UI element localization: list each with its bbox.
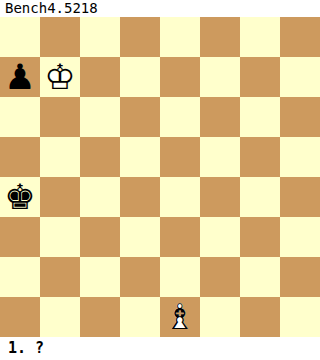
square-d6[interactable] (120, 97, 160, 137)
black-king: ♚ (0, 177, 40, 217)
square-d5[interactable] (120, 137, 160, 177)
square-f5[interactable] (200, 137, 240, 177)
square-g8[interactable] (240, 17, 280, 57)
square-b3[interactable] (40, 217, 80, 257)
square-h2[interactable] (280, 257, 320, 297)
square-g3[interactable] (240, 217, 280, 257)
square-c3[interactable] (80, 217, 120, 257)
square-b2[interactable] (40, 257, 80, 297)
square-f1[interactable] (200, 297, 240, 337)
square-g5[interactable] (240, 137, 280, 177)
square-e2[interactable] (160, 257, 200, 297)
black-pawn: ♟ (0, 57, 40, 97)
square-e4[interactable] (160, 177, 200, 217)
square-g2[interactable] (240, 257, 280, 297)
square-a5[interactable] (0, 137, 40, 177)
square-e6[interactable] (160, 97, 200, 137)
square-e7[interactable] (160, 57, 200, 97)
square-f3[interactable] (200, 217, 240, 257)
move-prompt: 1. ? (0, 337, 320, 360)
square-c6[interactable] (80, 97, 120, 137)
square-c5[interactable] (80, 137, 120, 177)
square-d1[interactable] (120, 297, 160, 337)
square-f8[interactable] (200, 17, 240, 57)
square-b4[interactable] (40, 177, 80, 217)
square-e5[interactable] (160, 137, 200, 177)
square-a7[interactable]: ♟ (0, 57, 40, 97)
square-h4[interactable] (280, 177, 320, 217)
square-a1[interactable] (0, 297, 40, 337)
square-h3[interactable] (280, 217, 320, 257)
square-b6[interactable] (40, 97, 80, 137)
square-d8[interactable] (120, 17, 160, 57)
square-a8[interactable] (0, 17, 40, 57)
square-c7[interactable] (80, 57, 120, 97)
square-a4[interactable]: ♚ (0, 177, 40, 217)
square-f4[interactable] (200, 177, 240, 217)
square-g4[interactable] (240, 177, 280, 217)
square-f7[interactable] (200, 57, 240, 97)
square-h6[interactable] (280, 97, 320, 137)
square-d3[interactable] (120, 217, 160, 257)
square-g7[interactable] (240, 57, 280, 97)
square-d4[interactable] (120, 177, 160, 217)
chess-board: ♟♚♔♚♝♗ (0, 17, 320, 337)
square-d2[interactable] (120, 257, 160, 297)
white-bishop: ♝♗ (160, 297, 200, 337)
square-c2[interactable] (80, 257, 120, 297)
square-h8[interactable] (280, 17, 320, 57)
square-f2[interactable] (200, 257, 240, 297)
square-d7[interactable] (120, 57, 160, 97)
square-a2[interactable] (0, 257, 40, 297)
square-h7[interactable] (280, 57, 320, 97)
square-g1[interactable] (240, 297, 280, 337)
square-e8[interactable] (160, 17, 200, 57)
square-a6[interactable] (0, 97, 40, 137)
square-f6[interactable] (200, 97, 240, 137)
square-e1[interactable]: ♝♗ (160, 297, 200, 337)
square-c4[interactable] (80, 177, 120, 217)
white-king: ♚♔ (40, 57, 80, 97)
chess-diagram: Bench4.5218 ♟♚♔♚♝♗ 1. ? (0, 0, 320, 360)
square-a3[interactable] (0, 217, 40, 257)
diagram-title: Bench4.5218 (0, 0, 320, 17)
square-b5[interactable] (40, 137, 80, 177)
square-h1[interactable] (280, 297, 320, 337)
square-e3[interactable] (160, 217, 200, 257)
square-c8[interactable] (80, 17, 120, 57)
square-g6[interactable] (240, 97, 280, 137)
square-b7[interactable]: ♚♔ (40, 57, 80, 97)
square-b8[interactable] (40, 17, 80, 57)
square-h5[interactable] (280, 137, 320, 177)
square-c1[interactable] (80, 297, 120, 337)
square-b1[interactable] (40, 297, 80, 337)
